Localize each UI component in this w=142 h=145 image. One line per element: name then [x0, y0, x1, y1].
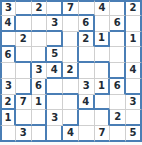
cell-r6c5[interactable] [63, 79, 79, 95]
cell-r4c1[interactable]: 6 [0, 47, 16, 63]
cell-r3c9[interactable]: 1 [126, 32, 142, 48]
cell-r8c4[interactable]: 3 [47, 110, 63, 126]
cell-r5c4[interactable]: 4 [47, 63, 63, 79]
cell-r7c3[interactable]: 1 [32, 95, 48, 111]
cell-r8c7[interactable] [95, 110, 111, 126]
cell-r7c6[interactable]: 4 [79, 95, 95, 111]
cell-r9c9[interactable]: 5 [126, 126, 142, 142]
cell-r1c7[interactable]: 4 [95, 0, 111, 16]
cell-r1c5[interactable]: 7 [63, 0, 79, 16]
cell-r6c2[interactable] [16, 79, 32, 95]
cell-r9c5[interactable]: 4 [63, 126, 79, 142]
cell-r9c4[interactable] [47, 126, 63, 142]
cell-r1c2[interactable] [16, 0, 32, 16]
cell-r2c7[interactable] [95, 16, 111, 32]
cell-r7c2[interactable]: 7 [16, 95, 32, 111]
cell-r6c7[interactable]: 1 [95, 79, 111, 95]
cell-r3c6[interactable]: 2 [79, 32, 95, 48]
puzzle-board: 327424366221165342436316271431323475 [0, 0, 142, 142]
cell-r5c1[interactable] [0, 63, 16, 79]
cell-r6c6[interactable]: 3 [79, 79, 95, 95]
cell-r2c9[interactable] [126, 16, 142, 32]
cell-r4c5[interactable] [63, 47, 79, 63]
cell-r2c5[interactable] [63, 16, 79, 32]
cell-r6c8[interactable]: 6 [110, 79, 126, 95]
cell-r2c4[interactable]: 3 [47, 16, 63, 32]
cell-r8c9[interactable] [126, 110, 142, 126]
cell-r9c6[interactable] [79, 126, 95, 142]
cell-r3c1[interactable] [0, 32, 16, 48]
cell-r5c2[interactable] [16, 63, 32, 79]
cell-r5c6[interactable] [79, 63, 95, 79]
cell-r7c1[interactable]: 2 [0, 95, 16, 111]
cell-r7c5[interactable] [63, 95, 79, 111]
cell-r8c8[interactable]: 2 [110, 110, 126, 126]
cell-r4c3[interactable] [32, 47, 48, 63]
cell-r7c8[interactable] [110, 95, 126, 111]
cell-r3c7[interactable]: 1 [95, 32, 111, 48]
cell-r5c8[interactable] [110, 63, 126, 79]
cell-r1c8[interactable] [110, 0, 126, 16]
cell-r5c7[interactable] [95, 63, 111, 79]
cell-r5c5[interactable]: 2 [63, 63, 79, 79]
cell-r8c5[interactable] [63, 110, 79, 126]
cell-r2c3[interactable] [32, 16, 48, 32]
cell-r1c4[interactable] [47, 0, 63, 16]
cell-r2c8[interactable]: 6 [110, 16, 126, 32]
cell-r6c3[interactable]: 6 [32, 79, 48, 95]
cell-r8c1[interactable]: 1 [0, 110, 16, 126]
cell-r3c5[interactable] [63, 32, 79, 48]
cell-r5c3[interactable]: 3 [32, 63, 48, 79]
cell-r6c9[interactable] [126, 79, 142, 95]
cell-r4c9[interactable] [126, 47, 142, 63]
cell-r4c2[interactable] [16, 47, 32, 63]
cell-r7c7[interactable] [95, 95, 111, 111]
cell-r9c7[interactable]: 7 [95, 126, 111, 142]
cell-r6c4[interactable] [47, 79, 63, 95]
cell-r2c2[interactable] [16, 16, 32, 32]
cell-r7c9[interactable]: 3 [126, 95, 142, 111]
cell-r4c4[interactable]: 5 [47, 47, 63, 63]
cell-r4c7[interactable] [95, 47, 111, 63]
cell-r1c1[interactable]: 3 [0, 0, 16, 16]
cell-r1c6[interactable] [79, 0, 95, 16]
cell-r3c2[interactable]: 2 [16, 32, 32, 48]
cell-r4c8[interactable] [110, 47, 126, 63]
cell-r3c3[interactable] [32, 32, 48, 48]
cell-r9c8[interactable] [110, 126, 126, 142]
cell-r9c1[interactable] [0, 126, 16, 142]
cell-r8c3[interactable] [32, 110, 48, 126]
cell-r2c6[interactable]: 6 [79, 16, 95, 32]
cell-r9c3[interactable] [32, 126, 48, 142]
cell-r3c4[interactable] [47, 32, 63, 48]
cell-r7c4[interactable] [47, 95, 63, 111]
cell-r4c6[interactable] [79, 47, 95, 63]
cell-r9c2[interactable]: 3 [16, 126, 32, 142]
cell-r2c1[interactable]: 4 [0, 16, 16, 32]
cell-r5c9[interactable]: 4 [126, 63, 142, 79]
puzzle-page: 327424366221165342436316271431323475 [0, 0, 142, 145]
cell-r8c6[interactable] [79, 110, 95, 126]
cell-r3c8[interactable] [110, 32, 126, 48]
cell-r1c9[interactable]: 2 [126, 0, 142, 16]
cell-r8c2[interactable] [16, 110, 32, 126]
cell-r6c1[interactable]: 3 [0, 79, 16, 95]
cell-r1c3[interactable]: 2 [32, 0, 48, 16]
